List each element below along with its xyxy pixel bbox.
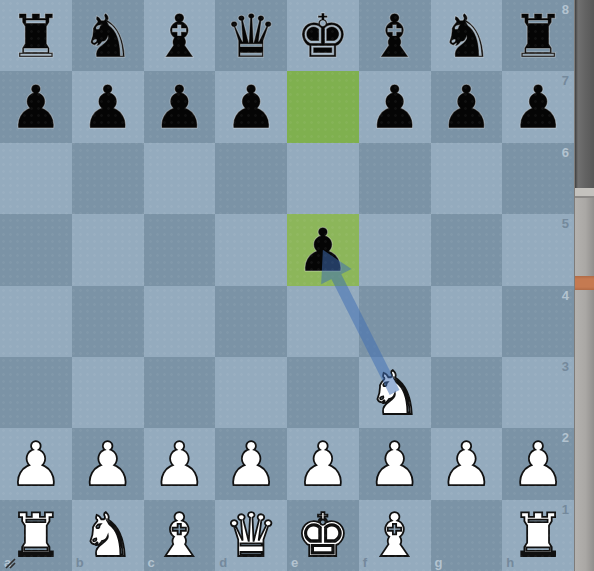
square-e5[interactable]: ♟	[287, 214, 359, 285]
square-f2[interactable]: ♟	[359, 428, 431, 499]
square-g3[interactable]	[431, 357, 503, 428]
piece-white-pawn-f2[interactable]: ♟	[359, 428, 431, 499]
square-g7[interactable]: ♟	[431, 71, 503, 142]
board-resize-handle-icon[interactable]	[2, 555, 16, 569]
square-b7[interactable]: ♟	[72, 71, 144, 142]
square-c8[interactable]: ♝	[144, 0, 216, 71]
square-b3[interactable]	[72, 357, 144, 428]
square-f3[interactable]: ♞	[359, 357, 431, 428]
piece-white-knight-f3[interactable]: ♞	[359, 357, 431, 428]
square-b5[interactable]	[72, 214, 144, 285]
piece-white-pawn-b2[interactable]: ♟	[72, 428, 144, 499]
square-e8[interactable]: ♚	[287, 0, 359, 71]
square-f4[interactable]	[359, 286, 431, 357]
square-h7[interactable]: ♟7	[502, 71, 574, 142]
piece-black-rook-h8[interactable]: ♜	[502, 0, 574, 71]
piece-black-knight-b8[interactable]: ♞	[72, 0, 144, 71]
square-a4[interactable]	[0, 286, 72, 357]
piece-black-bishop-f8[interactable]: ♝	[359, 0, 431, 71]
piece-white-pawn-h2[interactable]: ♟	[502, 428, 574, 499]
piece-white-queen-d1[interactable]: ♛	[215, 500, 287, 571]
square-d7[interactable]: ♟	[215, 71, 287, 142]
square-h3[interactable]: 3	[502, 357, 574, 428]
piece-white-pawn-a2[interactable]: ♟	[0, 428, 72, 499]
piece-white-bishop-f1[interactable]: ♝	[359, 500, 431, 571]
square-g2[interactable]: ♟	[431, 428, 503, 499]
scrollbar-marker-orange	[575, 276, 594, 290]
square-e6[interactable]	[287, 143, 359, 214]
square-a7[interactable]: ♟	[0, 71, 72, 142]
square-b8[interactable]: ♞	[72, 0, 144, 71]
piece-black-pawn-f7[interactable]: ♟	[359, 71, 431, 142]
square-d1[interactable]: ♛d	[215, 500, 287, 571]
piece-black-pawn-e5[interactable]: ♟	[287, 214, 359, 285]
square-h1[interactable]: ♜1h	[502, 500, 574, 571]
square-g6[interactable]	[431, 143, 503, 214]
square-a6[interactable]	[0, 143, 72, 214]
piece-white-pawn-d2[interactable]: ♟	[215, 428, 287, 499]
scrollbar-track[interactable]	[574, 0, 594, 571]
piece-white-king-e1[interactable]: ♚	[287, 500, 359, 571]
square-d2[interactable]: ♟	[215, 428, 287, 499]
square-a5[interactable]	[0, 214, 72, 285]
square-d5[interactable]	[215, 214, 287, 285]
piece-white-pawn-c2[interactable]: ♟	[144, 428, 216, 499]
piece-white-pawn-g2[interactable]: ♟	[431, 428, 503, 499]
square-h2[interactable]: ♟2	[502, 428, 574, 499]
chess-board: ♜♞♝♛♚♝♞♜8♟♟♟♟♟♟♟76♟54♞3♟♟♟♟♟♟♟♟2♜a♞b♝c♛d…	[0, 0, 574, 571]
piece-white-undefined-g1[interactable]	[431, 500, 503, 571]
piece-black-knight-g8[interactable]: ♞	[431, 0, 503, 71]
square-b1[interactable]: ♞b	[72, 500, 144, 571]
piece-white-rook-h1[interactable]: ♜	[502, 500, 574, 571]
square-c2[interactable]: ♟	[144, 428, 216, 499]
square-d8[interactable]: ♛	[215, 0, 287, 71]
square-e1[interactable]: ♚e	[287, 500, 359, 571]
square-c4[interactable]	[144, 286, 216, 357]
square-h6[interactable]: 6	[502, 143, 574, 214]
square-e3[interactable]	[287, 357, 359, 428]
square-c5[interactable]	[144, 214, 216, 285]
square-e2[interactable]: ♟	[287, 428, 359, 499]
square-b2[interactable]: ♟	[72, 428, 144, 499]
piece-black-rook-a8[interactable]: ♜	[0, 0, 72, 71]
square-f5[interactable]	[359, 214, 431, 285]
square-d6[interactable]	[215, 143, 287, 214]
square-g8[interactable]: ♞	[431, 0, 503, 71]
scrollbar-bright-band	[575, 188, 594, 196]
square-a3[interactable]	[0, 357, 72, 428]
square-c3[interactable]	[144, 357, 216, 428]
square-b4[interactable]	[72, 286, 144, 357]
page: ♜♞♝♛♚♝♞♜8♟♟♟♟♟♟♟76♟54♞3♟♟♟♟♟♟♟♟2♜a♞b♝c♛d…	[0, 0, 594, 571]
square-d3[interactable]	[215, 357, 287, 428]
scrollbar-groove-line	[575, 196, 594, 198]
square-h4[interactable]: 4	[502, 286, 574, 357]
coordinate-rank-4: 4	[562, 288, 569, 303]
square-c7[interactable]: ♟	[144, 71, 216, 142]
square-f1[interactable]: ♝f	[359, 500, 431, 571]
square-a2[interactable]: ♟	[0, 428, 72, 499]
square-c1[interactable]: ♝c	[144, 500, 216, 571]
piece-black-pawn-b7[interactable]: ♟	[72, 71, 144, 142]
piece-white-bishop-c1[interactable]: ♝	[144, 500, 216, 571]
piece-white-knight-b1[interactable]: ♞	[72, 500, 144, 571]
coordinate-rank-5: 5	[562, 216, 569, 231]
square-f8[interactable]: ♝	[359, 0, 431, 71]
piece-black-pawn-g7[interactable]: ♟	[431, 71, 503, 142]
piece-black-king-e8[interactable]: ♚	[287, 0, 359, 71]
coordinate-rank-6: 6	[562, 145, 569, 160]
square-g4[interactable]	[431, 286, 503, 357]
square-f6[interactable]	[359, 143, 431, 214]
square-f7[interactable]: ♟	[359, 71, 431, 142]
square-h8[interactable]: ♜8	[502, 0, 574, 71]
square-d4[interactable]	[215, 286, 287, 357]
piece-black-pawn-c7[interactable]: ♟	[144, 71, 216, 142]
square-e7[interactable]	[287, 71, 359, 142]
coordinate-rank-3: 3	[562, 359, 569, 374]
piece-black-pawn-a7[interactable]: ♟	[0, 71, 72, 142]
piece-black-bishop-c8[interactable]: ♝	[144, 0, 216, 71]
square-g5[interactable]	[431, 214, 503, 285]
piece-white-pawn-e2[interactable]: ♟	[287, 428, 359, 499]
piece-black-pawn-d7[interactable]: ♟	[215, 71, 287, 142]
piece-black-pawn-h7[interactable]: ♟	[502, 71, 574, 142]
square-e4[interactable]	[287, 286, 359, 357]
square-c6[interactable]	[144, 143, 216, 214]
scrollbar-thumb[interactable]	[575, 0, 594, 188]
square-b6[interactable]	[72, 143, 144, 214]
square-h5[interactable]: 5	[502, 214, 574, 285]
square-g1[interactable]: g	[431, 500, 503, 571]
piece-black-queen-d8[interactable]: ♛	[215, 0, 287, 71]
square-a8[interactable]: ♜	[0, 0, 72, 71]
